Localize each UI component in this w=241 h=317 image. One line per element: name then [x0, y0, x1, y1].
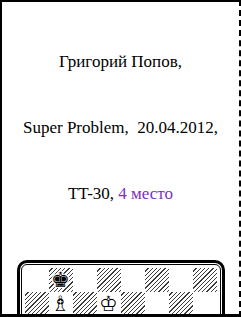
chess-board: ♚♗♔♘♖♟♟♟♟♝♟♟♟	[25, 268, 217, 317]
square-e8	[121, 268, 145, 292]
caption: Григорий Попов, Super Problem, 20.04.201…	[2, 2, 239, 249]
square-b8: ♚	[49, 268, 73, 292]
author-line: Григорий Попов,	[2, 51, 239, 73]
tourney-line: TT-30, 4 место	[2, 183, 239, 205]
chess-board-frame: ♚♗♔♘♖♟♟♟♟♝♟♟♟	[17, 260, 225, 317]
white-bishop: ♗	[51, 294, 70, 315]
square-b7: ♗	[49, 292, 73, 316]
white-king: ♔	[99, 294, 118, 315]
tourney-name: TT-30,	[68, 184, 118, 203]
square-g7	[169, 292, 193, 316]
square-d8	[97, 268, 121, 292]
square-a8	[25, 268, 49, 292]
problem-card: Григорий Попов, Super Problem, 20.04.201…	[0, 0, 241, 317]
square-h8	[193, 268, 217, 292]
chess-board-inner-frame: ♚♗♔♘♖♟♟♟♟♝♟♟♟	[21, 264, 221, 317]
square-c8	[73, 268, 97, 292]
black-king: ♚	[51, 270, 70, 291]
square-c7	[73, 292, 97, 316]
tourney-placement: 4 место	[118, 184, 173, 203]
square-f7	[145, 292, 169, 316]
square-d7: ♔	[97, 292, 121, 316]
square-h7	[193, 292, 217, 316]
square-e7	[121, 292, 145, 316]
square-a7	[25, 292, 49, 316]
square-f8	[145, 268, 169, 292]
square-g8	[169, 268, 193, 292]
source-date-line: Super Problem, 20.04.2012,	[2, 117, 239, 139]
